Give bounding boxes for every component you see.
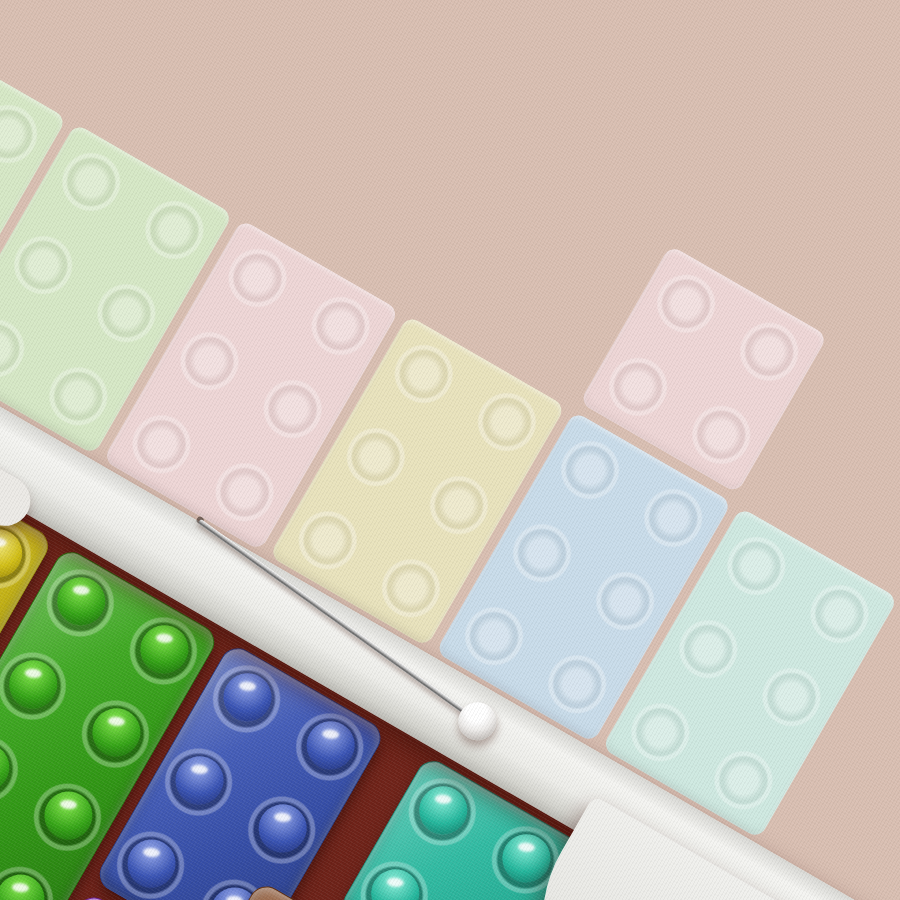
fabric-photo xyxy=(0,0,900,900)
pale-stud xyxy=(0,217,91,313)
pale-stud xyxy=(0,300,43,396)
